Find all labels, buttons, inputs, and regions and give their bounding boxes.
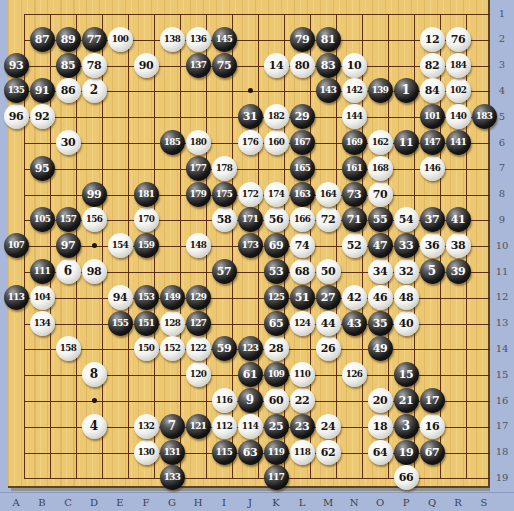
go-stone-black: 51 [290,285,315,310]
go-stone-black: 61 [238,362,263,387]
go-stone-white: 130 [134,440,159,465]
go-stone-black: 37 [420,207,445,232]
go-stone-white: 150 [134,336,159,361]
go-stone-black: 115 [212,440,237,465]
go-stone-white: 22 [290,388,315,413]
go-stone-white: 160 [264,130,289,155]
go-stone-black: 125 [264,285,289,310]
go-stone-black: 33 [394,233,419,258]
go-stone-black: 147 [420,130,445,155]
go-stone-black: 181 [134,182,159,207]
go-stone-black: 11 [394,130,419,155]
go-stone-white: 92 [30,104,55,129]
go-stone-black: 41 [446,207,471,232]
go-stone-black: 163 [290,182,315,207]
go-stone-white: 52 [342,233,367,258]
go-stone-white: 156 [82,207,107,232]
go-stone-white: 48 [394,285,419,310]
go-board-grid[interactable]: 1234567891011121415161718192021222324252… [3,1,497,491]
go-stone-white: 104 [30,285,55,310]
go-stone-black: 19 [394,440,419,465]
go-stone-white: 166 [290,207,315,232]
go-stone-white: 126 [342,362,367,387]
go-stone-white: 152 [160,336,185,361]
go-stone-black: 75 [212,53,237,78]
go-stone-black: 25 [264,414,289,439]
column-label: Q [419,493,445,511]
go-stone-black: 57 [212,259,237,284]
go-stone-black: 139 [368,78,393,103]
go-stone-black: 17 [420,388,445,413]
go-stone-white: 2 [82,78,107,103]
go-stone-white: 76 [446,27,471,52]
go-stone-black: 177 [186,156,211,181]
go-stone-white: 114 [238,414,263,439]
go-stone-white: 58 [212,207,237,232]
go-stone-white: 40 [394,311,419,336]
column-label: B [29,493,55,511]
go-stone-black: 173 [238,233,263,258]
go-stone-white: 170 [134,207,159,232]
go-stone-white: 32 [394,259,419,284]
go-game-screen: 1234567891011121415161718192021222324252… [0,0,514,511]
go-stone-black: 21 [394,388,419,413]
go-stone-white: 118 [290,440,315,465]
go-stone-black: 121 [186,414,211,439]
go-stone-black: 31 [238,104,263,129]
go-stone-white: 142 [342,78,367,103]
go-stone-black: 167 [290,130,315,155]
go-stone-black: 59 [212,336,237,361]
go-stone-black: 117 [264,465,289,490]
go-stone-white: 90 [134,53,159,78]
go-stone-black: 95 [30,156,55,181]
go-stone-white: 24 [316,414,341,439]
go-stone-white: 94 [108,285,133,310]
go-stone-black: 101 [420,104,445,129]
go-stone-white: 74 [290,233,315,258]
go-stone-white: 60 [264,388,289,413]
go-stone-black: 151 [134,311,159,336]
go-stone-black: 99 [82,182,107,207]
column-label: H [185,493,211,511]
go-stone-black: 7 [160,414,185,439]
column-label: E [107,493,133,511]
go-stone-black: 9 [238,388,263,413]
column-label: A [3,493,29,511]
go-stone-black: 29 [290,104,315,129]
go-stone-white: 26 [316,336,341,361]
go-stone-white: 54 [394,207,419,232]
go-stone-black: 161 [342,156,367,181]
column-label: O [367,493,393,511]
go-stone-white: 66 [394,465,419,490]
go-stone-white: 12 [420,27,445,52]
go-stone-white: 8 [82,362,107,387]
go-stone-white: 120 [186,362,211,387]
go-stone-white: 184 [446,53,471,78]
column-label: J [237,493,263,511]
go-stone-black: 23 [290,414,315,439]
go-stone-black: 165 [290,156,315,181]
go-stone-white: 68 [290,259,315,284]
column-label: K [263,493,289,511]
go-stone-white: 172 [238,182,263,207]
go-stone-white: 72 [316,207,341,232]
go-stone-black: 49 [368,336,393,361]
go-stone-white: 42 [342,285,367,310]
column-label: P [393,493,419,511]
go-stone-white: 34 [368,259,393,284]
go-stone-black: 85 [56,53,81,78]
column-label: F [133,493,159,511]
column-label: I [211,493,237,511]
go-stone-black: 175 [212,182,237,207]
go-stone-black: 69 [264,233,289,258]
star-point [92,243,97,248]
go-stone-white: 20 [368,388,393,413]
go-stone-black: 155 [108,311,133,336]
go-stone-black: 183 [472,104,497,129]
go-stone-white: 14 [264,53,289,78]
go-stone-black: 89 [56,27,81,52]
go-stone-white: 78 [82,53,107,78]
go-stone-white: 168 [368,156,393,181]
go-stone-black: 129 [186,285,211,310]
go-stone-white: 138 [160,27,185,52]
go-stone-white: 80 [290,53,315,78]
go-stone-white: 38 [446,233,471,258]
go-stone-black: 159 [134,233,159,258]
go-stone-black: 81 [316,27,341,52]
go-stone-black: 143 [316,78,341,103]
go-stone-white: 6 [56,259,81,284]
go-stone-black: 47 [368,233,393,258]
column-label: L [289,493,315,511]
go-stone-black: 153 [134,285,159,310]
go-stone-white: 28 [264,336,289,361]
go-stone-white: 122 [186,336,211,361]
go-stone-black: 185 [160,130,185,155]
go-stone-black: 113 [4,285,29,310]
go-stone-black: 149 [160,285,185,310]
go-stone-black: 35 [368,311,393,336]
go-stone-white: 158 [56,336,81,361]
go-stone-white: 144 [342,104,367,129]
go-stone-white: 178 [212,156,237,181]
go-stone-black: 141 [446,130,471,155]
go-stone-white: 174 [264,182,289,207]
go-stone-black: 65 [264,311,289,336]
go-stone-black: 43 [342,311,367,336]
go-stone-black: 127 [186,311,211,336]
go-stone-white: 136 [186,27,211,52]
go-stone-black: 53 [264,259,289,284]
go-stone-black: 137 [186,53,211,78]
go-stone-black: 119 [264,440,289,465]
go-stone-white: 98 [82,259,107,284]
go-stone-black: 87 [30,27,55,52]
go-stone-white: 128 [160,311,185,336]
go-stone-black: 107 [4,233,29,258]
go-stone-white: 140 [446,104,471,129]
column-label: C [55,493,81,511]
column-label: R [445,493,471,511]
go-stone-white: 116 [212,388,237,413]
go-stone-black: 5 [420,259,445,284]
go-stone-white: 154 [108,233,133,258]
go-stone-white: 180 [186,130,211,155]
go-stone-white: 62 [316,440,341,465]
go-stone-black: 77 [82,27,107,52]
go-stone-black: 3 [394,414,419,439]
go-stone-white: 96 [4,104,29,129]
go-stone-black: 15 [394,362,419,387]
go-stone-black: 79 [290,27,315,52]
go-stone-black: 93 [4,53,29,78]
go-stone-white: 56 [264,207,289,232]
star-point [92,398,97,403]
go-stone-black: 135 [4,78,29,103]
go-stone-black: 131 [160,440,185,465]
go-stone-white: 134 [30,311,55,336]
go-stone-black: 111 [30,259,55,284]
go-stone-black: 83 [316,53,341,78]
go-stone-white: 112 [212,414,237,439]
go-stone-black: 55 [368,207,393,232]
go-stone-black: 109 [264,362,289,387]
go-stone-black: 105 [30,207,55,232]
go-stone-white: 162 [368,130,393,155]
go-stone-white: 100 [108,27,133,52]
go-stone-white: 110 [290,362,315,387]
column-label: G [159,493,185,511]
go-stone-white: 36 [420,233,445,258]
go-stone-white: 84 [420,78,445,103]
go-stone-white: 164 [316,182,341,207]
go-stone-black: 157 [56,207,81,232]
go-stone-white: 16 [420,414,445,439]
go-stone-black: 179 [186,182,211,207]
go-stone-black: 123 [238,336,263,361]
go-stone-white: 70 [368,182,393,207]
go-stone-white: 146 [420,156,445,181]
go-stone-white: 64 [368,440,393,465]
go-stone-black: 91 [30,78,55,103]
go-stone-black: 1 [394,78,419,103]
star-point [248,88,253,93]
go-stone-white: 50 [316,259,341,284]
column-label: M [315,493,341,511]
go-stone-white: 124 [290,311,315,336]
go-stone-black: 67 [420,440,445,465]
go-stone-black: 133 [160,465,185,490]
go-stone-white: 18 [368,414,393,439]
column-label: D [81,493,107,511]
go-stone-black: 39 [446,259,471,284]
column-label: S [471,493,497,511]
go-stone-black: 71 [342,207,367,232]
column-coordinate-strip: ABCDEFGHIJKLMNOPQRS [0,492,514,511]
go-stone-white: 176 [238,130,263,155]
go-stone-black: 145 [212,27,237,52]
go-stone-white: 148 [186,233,211,258]
go-stone-black: 97 [56,233,81,258]
go-stone-black: 73 [342,182,367,207]
go-stone-white: 4 [82,414,107,439]
go-stone-white: 182 [264,104,289,129]
go-stone-white: 46 [368,285,393,310]
go-stone-white: 86 [56,78,81,103]
go-stone-white: 30 [56,130,81,155]
column-label: N [341,493,367,511]
go-stone-black: 63 [238,440,263,465]
go-stone-black: 171 [238,207,263,232]
go-stone-white: 132 [134,414,159,439]
go-stone-white: 10 [342,53,367,78]
go-stone-black: 27 [316,285,341,310]
go-stone-white: 44 [316,311,341,336]
go-stone-white: 102 [446,78,471,103]
go-stone-white: 82 [420,53,445,78]
go-stone-black: 169 [342,130,367,155]
